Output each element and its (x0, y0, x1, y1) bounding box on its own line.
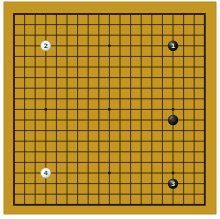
star-point (172, 172, 175, 175)
star-point (108, 44, 111, 47)
star-point (108, 172, 111, 175)
go-board[interactable]: 12345 (0, 0, 220, 219)
stone-black-5-Q9[interactable] (168, 115, 178, 125)
stone-white-4-D4[interactable] (41, 168, 51, 178)
star-point (44, 108, 47, 111)
stone-black-3-Q3[interactable] (168, 178, 178, 188)
star-point (172, 108, 175, 111)
go-board-canvas[interactable]: 12345 (0, 0, 220, 219)
stone-black-1-Q16[interactable] (168, 41, 178, 51)
stone-white-2-D16[interactable] (41, 41, 51, 51)
star-point (108, 108, 111, 111)
goban-surface[interactable] (4, 2, 216, 214)
